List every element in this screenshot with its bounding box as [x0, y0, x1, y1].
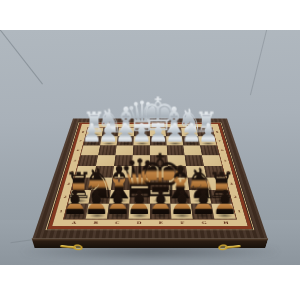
black-pawn[interactable]: ♟ [212, 188, 238, 218]
square-h6[interactable] [200, 145, 219, 155]
wall-corner-line [0, 30, 43, 84]
square-b6[interactable] [98, 145, 117, 155]
wall-seam-line [250, 30, 274, 95]
brass-clasp-ring [72, 244, 82, 250]
file-label-d: D [128, 219, 150, 226]
white-pawn[interactable]: ♟ [198, 122, 219, 146]
file-label-f: F [171, 219, 193, 226]
box-front-face [32, 238, 269, 248]
square-h7[interactable]: ♟ [198, 136, 216, 145]
square-a6[interactable] [81, 145, 100, 155]
file-label-h: H [214, 219, 237, 226]
file-label-e: E [150, 219, 172, 226]
brass-clasp-ring [217, 244, 227, 250]
file-label-a: A [62, 219, 85, 226]
chess-board[interactable]: ABCDEFGH ABCDEFGH 87654321 87654321 ♜♞♝♛… [33, 119, 268, 239]
photo-frame: ABCDEFGH ABCDEFGH 87654321 87654321 ♜♞♝♛… [0, 0, 300, 300]
brass-clasp-left [59, 244, 82, 249]
brass-clasp-right [217, 244, 240, 249]
square-h1[interactable]: ♟ [211, 204, 235, 219]
file-labels-bottom: ABCDEFGH [62, 219, 237, 226]
file-label-b: B [84, 219, 107, 226]
file-label-c: C [106, 219, 128, 226]
file-label-g: G [193, 219, 216, 226]
square-g6[interactable] [183, 145, 202, 155]
photo-background: ABCDEFGH ABCDEFGH 87654321 87654321 ♜♞♝♛… [0, 30, 300, 265]
board-grid: ♜♞♝♛♚♝♞♜♟♟♟♟♟♟♟♟♜♞♝♛♚♝♞♜♟♟♟♟♟♟♟♟ [64, 128, 236, 219]
